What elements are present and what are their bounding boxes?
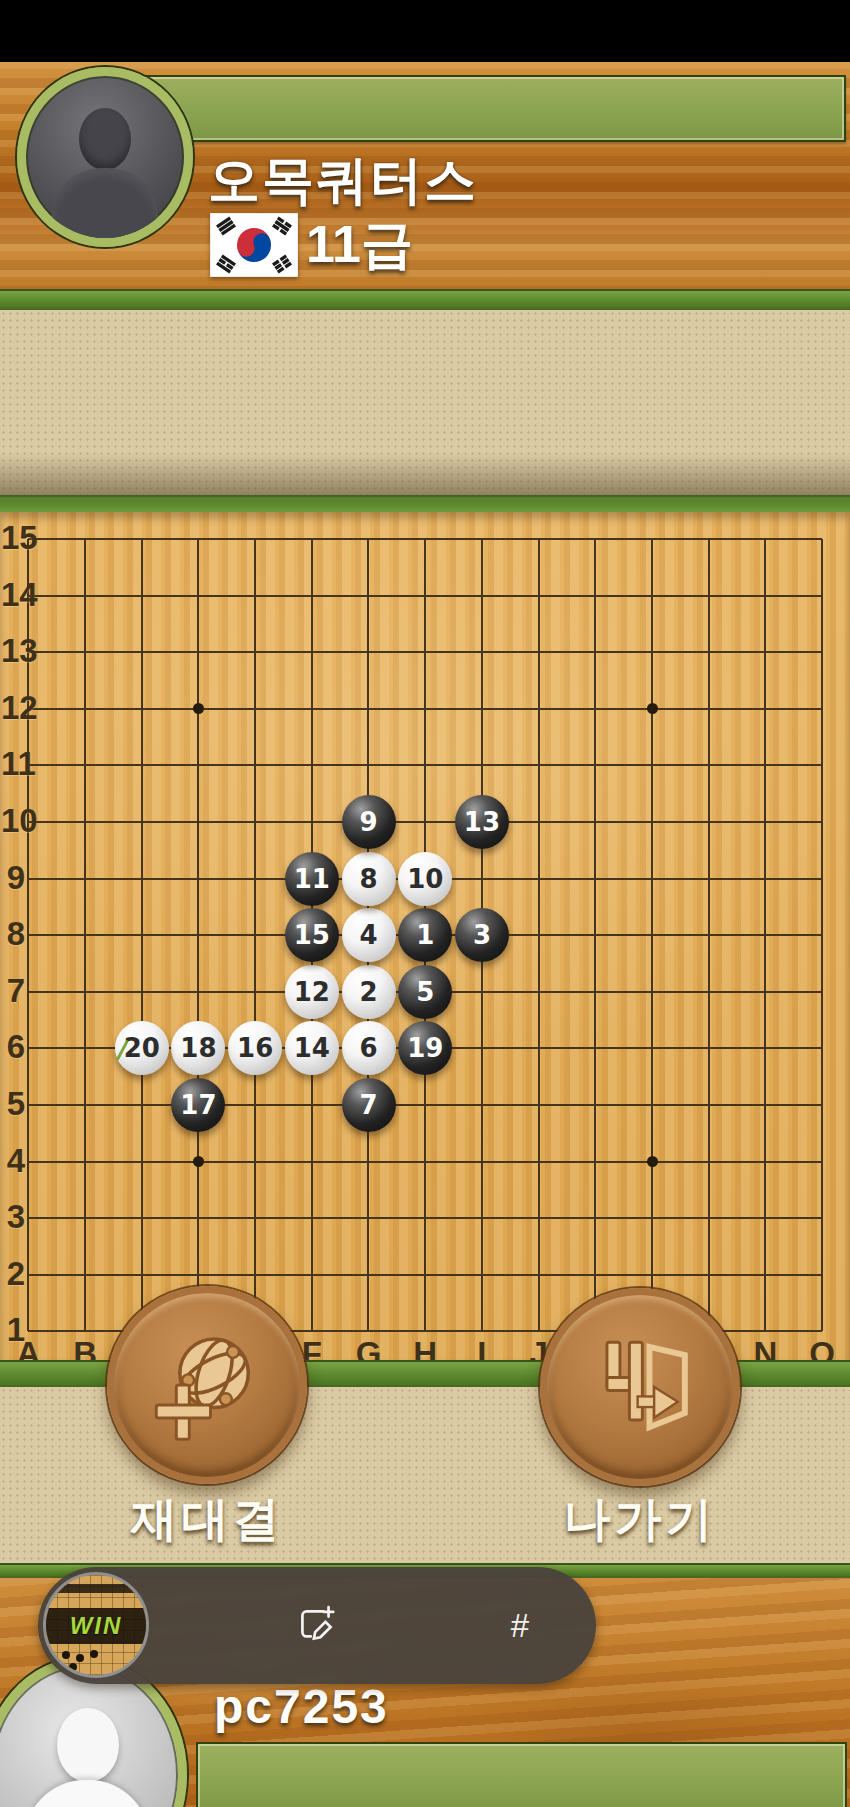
south-korea-flag-icon: [210, 213, 298, 277]
grid-cell[interactable]: [283, 1246, 340, 1303]
grid-cell[interactable]: [680, 794, 737, 851]
col-label: H: [408, 1335, 442, 1360]
grid-cell[interactable]: [624, 512, 681, 567]
stone-number: 2: [360, 977, 378, 1007]
grid-cell[interactable]: [624, 1190, 681, 1247]
grid-cell[interactable]: [794, 907, 850, 964]
stone-number: 14: [294, 1033, 330, 1063]
row-label: 4: [1, 1142, 31, 1180]
grid-cell[interactable]: [680, 1133, 737, 1190]
grid-cell[interactable]: [737, 850, 794, 907]
grid-cell[interactable]: [737, 512, 794, 567]
grid-cell[interactable]: [680, 1077, 737, 1134]
grid-cell[interactable]: [794, 567, 850, 624]
grid-cell[interactable]: [737, 567, 794, 624]
stone-number: 8: [360, 864, 378, 894]
grid-cell[interactable]: [227, 624, 284, 681]
grid-cell[interactable]: [624, 850, 681, 907]
grid-cell[interactable]: [113, 1077, 170, 1134]
grid-cell[interactable]: [113, 1133, 170, 1190]
star-point: [647, 1156, 658, 1167]
stone-white-8: 8: [342, 852, 396, 906]
grid-cell[interactable]: [283, 1077, 340, 1134]
grid-cell[interactable]: [454, 1077, 511, 1134]
grid-cell[interactable]: [170, 907, 227, 964]
stone-number: 17: [180, 1090, 216, 1120]
grid-cell[interactable]: [680, 1020, 737, 1077]
grid-cell[interactable]: [340, 737, 397, 794]
col-label: N: [748, 1335, 782, 1360]
grid-cell[interactable]: [510, 1246, 567, 1303]
grid-cell[interactable]: [794, 1133, 850, 1190]
grid-cell[interactable]: [57, 680, 114, 737]
stone-number: 19: [407, 1033, 443, 1063]
thumbnail-band: [46, 1584, 146, 1593]
grid-cell[interactable]: [624, 737, 681, 794]
stone-white-2: 2: [342, 965, 396, 1019]
grid-cell[interactable]: [113, 512, 170, 567]
grid-cell[interactable]: [397, 737, 454, 794]
grid-cell[interactable]: [340, 1190, 397, 1247]
row-label: 2: [1, 1255, 31, 1293]
stone-number: 6: [360, 1033, 378, 1063]
grid-cell[interactable]: [227, 907, 284, 964]
grid-cell[interactable]: [227, 512, 284, 567]
grid-cell[interactable]: [227, 680, 284, 737]
col-label: I: [465, 1335, 499, 1360]
grid-cell[interactable]: [567, 794, 624, 851]
grid-cell[interactable]: [737, 1020, 794, 1077]
markup-pencil-icon[interactable]: [286, 1567, 346, 1684]
grid-cell[interactable]: [57, 1020, 114, 1077]
top-player-name-bar: [122, 75, 846, 142]
grid-cell[interactable]: [454, 1133, 511, 1190]
stone-black-15: 15: [285, 908, 339, 962]
win-text: WIN: [70, 1612, 123, 1640]
row-label: 13: [1, 632, 31, 670]
grid-cell[interactable]: [113, 850, 170, 907]
row-label: 14: [1, 576, 31, 614]
grid-cell[interactable]: [454, 850, 511, 907]
grid-cell[interactable]: [794, 794, 850, 851]
grid-cell[interactable]: [680, 1246, 737, 1303]
grid-cell[interactable]: [454, 624, 511, 681]
grid-cell[interactable]: [680, 737, 737, 794]
grid-cell[interactable]: [624, 963, 681, 1020]
grid-cell[interactable]: [680, 680, 737, 737]
stone-number: 5: [416, 977, 434, 1007]
grid-cell[interactable]: [283, 624, 340, 681]
grid-cell[interactable]: [624, 624, 681, 681]
grid-cell[interactable]: [510, 850, 567, 907]
grid-cell[interactable]: [680, 1190, 737, 1247]
grid-cell[interactable]: [794, 963, 850, 1020]
grid-cell[interactable]: [737, 794, 794, 851]
grid-cell[interactable]: [170, 567, 227, 624]
grid-cell[interactable]: [454, 737, 511, 794]
thumbnail-win-band: WIN: [46, 1608, 146, 1644]
grid-cell[interactable]: [567, 680, 624, 737]
grid-cell[interactable]: [57, 624, 114, 681]
grid-cell[interactable]: [170, 794, 227, 851]
grid-cell[interactable]: [397, 680, 454, 737]
grid-cell[interactable]: [227, 1190, 284, 1247]
bottom-player-name: pc7253: [214, 1679, 389, 1734]
grid-cell[interactable]: [227, 850, 284, 907]
screenshot-toolbar: WIN #: [38, 1567, 596, 1684]
grid-cell[interactable]: [57, 567, 114, 624]
grid-cell[interactable]: [680, 512, 737, 567]
status-bar: [0, 0, 850, 62]
grid-cell[interactable]: [170, 512, 227, 567]
globe-plus-icon: [148, 1326, 266, 1444]
grid-cell[interactable]: [113, 963, 170, 1020]
grid-cell[interactable]: [737, 1246, 794, 1303]
grid-cell[interactable]: [794, 850, 850, 907]
grid-cell[interactable]: [340, 680, 397, 737]
grid-cell[interactable]: [567, 567, 624, 624]
grid-cell[interactable]: [794, 737, 850, 794]
row-label: 15: [1, 519, 31, 557]
grid-cell[interactable]: [57, 907, 114, 964]
grid-cell[interactable]: [113, 907, 170, 964]
grid-cell[interactable]: [283, 1133, 340, 1190]
grid-cell[interactable]: [454, 1020, 511, 1077]
stone-black-11: 11: [285, 852, 339, 906]
grid-cell[interactable]: [397, 567, 454, 624]
grid-cell[interactable]: [680, 907, 737, 964]
stone-number: 12: [294, 977, 330, 1007]
grid-cell[interactable]: [510, 963, 567, 1020]
stone-white-14: 14: [285, 1021, 339, 1075]
grid-cell[interactable]: [680, 963, 737, 1020]
grid-cell[interactable]: [340, 512, 397, 567]
grid-cell[interactable]: [57, 1077, 114, 1134]
grid-cell[interactable]: [57, 1246, 114, 1303]
grid-cell[interactable]: [170, 1190, 227, 1247]
grid-cell[interactable]: [510, 794, 567, 851]
row-label: 12: [1, 689, 31, 727]
green-strip: [0, 289, 850, 310]
grid-cell[interactable]: [510, 907, 567, 964]
stone-black-7: 7: [342, 1078, 396, 1132]
row-label: 3: [1, 1198, 31, 1236]
row-label: 11: [1, 745, 31, 783]
row-label: 8: [1, 915, 31, 953]
grid-cell[interactable]: [454, 512, 511, 567]
grid-cell[interactable]: [170, 624, 227, 681]
share-icon[interactable]: #: [490, 1567, 550, 1684]
top-player-name: 오목쿼터스: [208, 146, 478, 216]
grid-cell[interactable]: [567, 624, 624, 681]
stone-black-13: 13: [455, 795, 509, 849]
stone-number: 16: [237, 1033, 273, 1063]
grid-cell[interactable]: [624, 567, 681, 624]
row-label: 5: [1, 1085, 31, 1123]
stone-number: 13: [464, 807, 500, 837]
grid-cell[interactable]: [567, 512, 624, 567]
col-label: O: [805, 1335, 839, 1360]
rematch-label: 재대결: [77, 1488, 337, 1551]
grid-cell[interactable]: [397, 794, 454, 851]
grid-cell[interactable]: [794, 624, 850, 681]
grid-cell[interactable]: [737, 737, 794, 794]
grid-cell[interactable]: [510, 737, 567, 794]
grid-cell[interactable]: [510, 1077, 567, 1134]
grid-cell[interactable]: [227, 1077, 284, 1134]
grid-cell[interactable]: [454, 1246, 511, 1303]
grid-cell[interactable]: [737, 1133, 794, 1190]
stone-number: 4: [360, 920, 378, 950]
grid-cell[interactable]: [737, 907, 794, 964]
grid-cell[interactable]: [510, 567, 567, 624]
grid-cell[interactable]: [397, 1190, 454, 1247]
star-point: [647, 703, 658, 714]
grid-cell[interactable]: [510, 1020, 567, 1077]
grid-cell[interactable]: [397, 624, 454, 681]
grid-cell[interactable]: [397, 1133, 454, 1190]
grid-cell[interactable]: [737, 1190, 794, 1247]
exit-label: 나가기: [510, 1488, 770, 1551]
star-point: [193, 1156, 204, 1167]
bottom-player-name-bar: [196, 1742, 847, 1807]
stone-white-10: 10: [398, 852, 452, 906]
grid-cell[interactable]: [510, 1190, 567, 1247]
grid-cell[interactable]: [567, 907, 624, 964]
grid-cell[interactable]: [567, 1133, 624, 1190]
grid-cell[interactable]: [57, 1133, 114, 1190]
grid-cell[interactable]: [283, 512, 340, 567]
grid-cell[interactable]: [397, 512, 454, 567]
grid-cell[interactable]: [567, 963, 624, 1020]
grid-cell[interactable]: [680, 850, 737, 907]
stone-number: 11: [294, 864, 330, 894]
grid-cell[interactable]: [794, 512, 850, 567]
grid-cell[interactable]: [567, 1190, 624, 1247]
stone-number: 15: [294, 920, 330, 950]
beige-panel-top: [0, 310, 850, 495]
grid-cell[interactable]: [567, 737, 624, 794]
stone-white-12: 12: [285, 965, 339, 1019]
grid-cell[interactable]: [794, 1246, 850, 1303]
grid-cell[interactable]: [227, 567, 284, 624]
grid-cell[interactable]: [227, 963, 284, 1020]
grid-cell[interactable]: [283, 567, 340, 624]
grid-cell[interactable]: [283, 1190, 340, 1247]
grid-cell[interactable]: [340, 624, 397, 681]
grid-cell[interactable]: [397, 1077, 454, 1134]
grid-cell[interactable]: [340, 1246, 397, 1303]
stone-white-4: 4: [342, 908, 396, 962]
grid-cell[interactable]: [624, 794, 681, 851]
grid-cell[interactable]: [170, 737, 227, 794]
grid-cell[interactable]: [57, 512, 114, 567]
grid-cell[interactable]: [624, 907, 681, 964]
grid-cell[interactable]: [397, 1246, 454, 1303]
grid-cell[interactable]: [57, 794, 114, 851]
grid-cell[interactable]: [794, 1020, 850, 1077]
grid-cell[interactable]: [57, 963, 114, 1020]
grid-cell[interactable]: [170, 963, 227, 1020]
stone-number: 18: [180, 1033, 216, 1063]
grid-cell[interactable]: [680, 624, 737, 681]
grid-cell[interactable]: [567, 850, 624, 907]
grid-cell[interactable]: [227, 794, 284, 851]
grid-cell[interactable]: [454, 963, 511, 1020]
grid-cell[interactable]: [567, 1020, 624, 1077]
grid-cell[interactable]: [113, 680, 170, 737]
grid-cell[interactable]: [454, 680, 511, 737]
stone-number: 20: [124, 1033, 160, 1063]
stone-white-6: 6: [342, 1021, 396, 1075]
col-label: G: [352, 1335, 386, 1360]
stone-number: 1: [416, 920, 434, 950]
grid-cell[interactable]: [737, 624, 794, 681]
grid-cell[interactable]: [283, 794, 340, 851]
grid-cell[interactable]: [227, 737, 284, 794]
col-label: B: [68, 1335, 102, 1360]
grid-cell[interactable]: [113, 1246, 170, 1303]
grid-cell[interactable]: [454, 1190, 511, 1247]
grid-cell[interactable]: [57, 1190, 114, 1247]
grid-cell[interactable]: [794, 680, 850, 737]
grid-cell[interactable]: [510, 680, 567, 737]
stone-number: 10: [407, 864, 443, 894]
row-label: 6: [1, 1028, 31, 1066]
grid-cell[interactable]: [510, 512, 567, 567]
exit-door-icon: [581, 1328, 699, 1446]
grid-cell[interactable]: [113, 737, 170, 794]
stone-number: 3: [473, 920, 491, 950]
grid-cell[interactable]: [227, 1133, 284, 1190]
row-label: 9: [1, 859, 31, 897]
grid-cell[interactable]: [510, 1133, 567, 1190]
board-panel: 151413121110987654321 ABCDEFGHIJKLMNO 12…: [0, 512, 850, 1360]
grid-cell[interactable]: [113, 567, 170, 624]
grid-cell[interactable]: [624, 1077, 681, 1134]
row-label: 10: [1, 802, 31, 840]
stone-number: 7: [360, 1090, 378, 1120]
grid-cell[interactable]: [454, 567, 511, 624]
top-player-avatar[interactable]: [17, 67, 193, 247]
grid-cell[interactable]: [737, 1077, 794, 1134]
grid-cell[interactable]: [283, 737, 340, 794]
grid-cell[interactable]: [170, 850, 227, 907]
grid-cell[interactable]: [340, 567, 397, 624]
row-label: 7: [1, 972, 31, 1010]
grid-cell[interactable]: [57, 850, 114, 907]
grid-cell[interactable]: [113, 1190, 170, 1247]
grid-cell[interactable]: [510, 624, 567, 681]
stone-black-5: 5: [398, 965, 452, 1019]
exit-button[interactable]: [540, 1288, 740, 1486]
col-label: A: [11, 1335, 45, 1360]
grid-cell[interactable]: [283, 680, 340, 737]
stone-black-9: 9: [342, 795, 396, 849]
grid-cell[interactable]: [113, 794, 170, 851]
grid-cell[interactable]: [680, 567, 737, 624]
rematch-button[interactable]: [107, 1286, 307, 1484]
stone-number: 9: [360, 807, 378, 837]
top-player-rank: 11급: [306, 210, 413, 280]
grid-cell[interactable]: [794, 1190, 850, 1247]
grid-cell[interactable]: [624, 1020, 681, 1077]
grid-cell[interactable]: [57, 737, 114, 794]
stone-white-20: 20: [115, 1021, 169, 1075]
stone-black-3: 3: [455, 908, 509, 962]
grid-cell[interactable]: [340, 1133, 397, 1190]
grid-cell[interactable]: [737, 963, 794, 1020]
grid-cell[interactable]: [567, 1077, 624, 1134]
screenshot-thumbnail[interactable]: WIN: [43, 1572, 149, 1678]
grid-cell[interactable]: [113, 624, 170, 681]
grid-cell[interactable]: [794, 1077, 850, 1134]
grid-cell[interactable]: [737, 680, 794, 737]
